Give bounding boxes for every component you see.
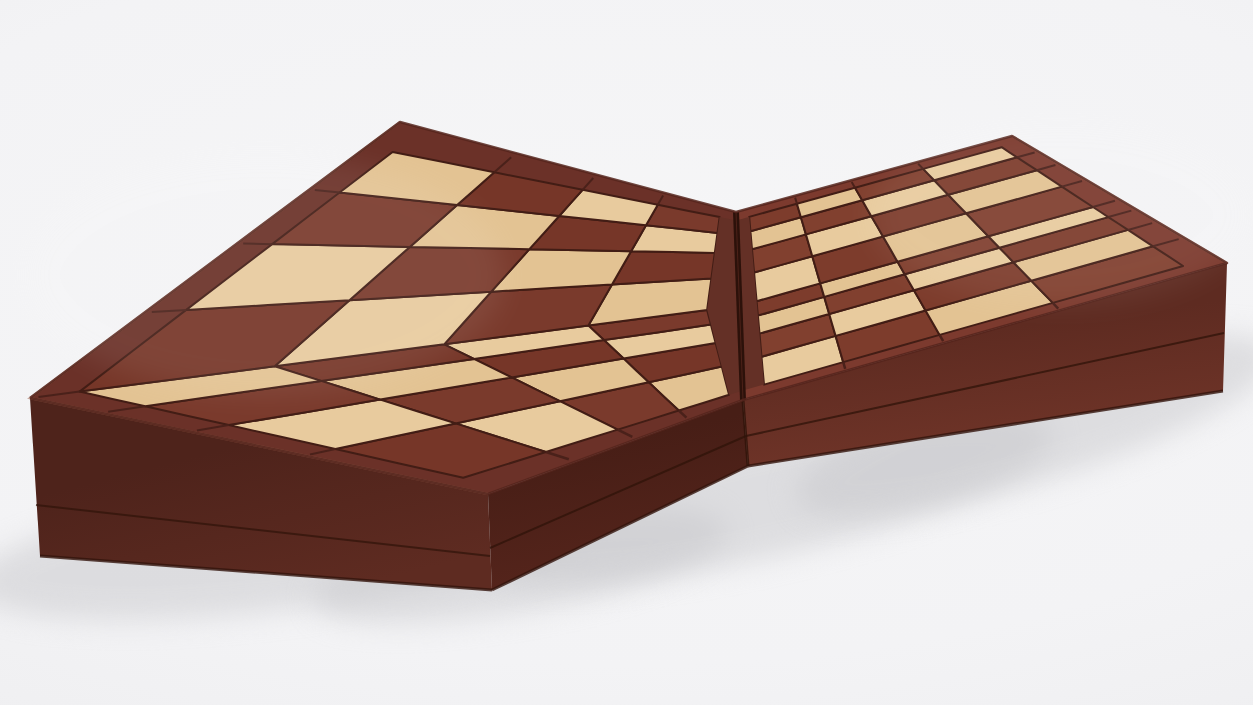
- chessboard-3d-render: [0, 0, 1253, 705]
- sheen: [870, 125, 1250, 305]
- render-canvas: [0, 0, 1253, 705]
- sheen: [25, 155, 505, 395]
